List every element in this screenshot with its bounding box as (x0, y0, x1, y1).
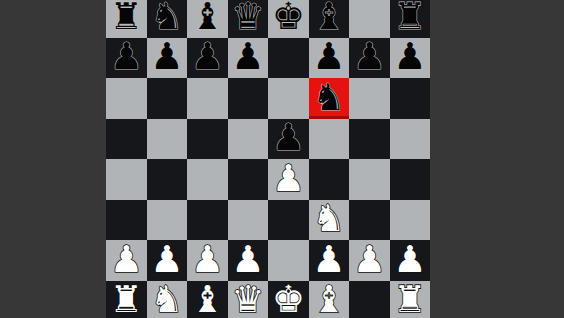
square-e8[interactable]: ♚ (268, 0, 309, 38)
square-a8[interactable]: ♜ (106, 0, 147, 38)
black-bishop: ♝ (312, 0, 345, 35)
white-pawn: ♟ (312, 241, 345, 278)
square-h8[interactable]: ♜ (390, 0, 431, 38)
white-bishop: ♝ (312, 281, 345, 318)
app-background: ♜♞♝♛♚♝♜♟♟♟♟♟♟♟♞♟♟♞♟♟♟♟♟♟♟♜♞♝♛♚♝♜ (0, 0, 564, 318)
square-e1[interactable]: ♚ (268, 281, 309, 318)
chess-board: ♜♞♝♛♚♝♜♟♟♟♟♟♟♟♞♟♟♞♟♟♟♟♟♟♟♜♞♝♛♚♝♜ (106, 0, 430, 318)
square-h7[interactable]: ♟ (390, 38, 431, 79)
square-f3[interactable]: ♞ (309, 200, 350, 241)
square-a5[interactable] (106, 119, 147, 160)
white-pawn: ♟ (272, 160, 305, 197)
square-f1[interactable]: ♝ (309, 281, 350, 318)
square-f8[interactable]: ♝ (309, 0, 350, 38)
square-h1[interactable]: ♜ (390, 281, 431, 318)
square-e2[interactable] (268, 240, 309, 281)
square-a4[interactable] (106, 159, 147, 200)
square-g2[interactable]: ♟ (349, 240, 390, 281)
black-queen: ♛ (231, 0, 264, 35)
white-pawn: ♟ (231, 241, 264, 278)
square-a6[interactable] (106, 78, 147, 119)
square-f6[interactable]: ♞ (309, 78, 350, 119)
white-rook: ♜ (110, 281, 143, 318)
square-a2[interactable]: ♟ (106, 240, 147, 281)
square-b6[interactable] (147, 78, 188, 119)
square-g1[interactable] (349, 281, 390, 318)
black-knight: ♞ (312, 79, 345, 116)
square-a3[interactable] (106, 200, 147, 241)
square-d1[interactable]: ♛ (228, 281, 269, 318)
square-h3[interactable] (390, 200, 431, 241)
square-e7[interactable] (268, 38, 309, 79)
black-pawn: ♟ (312, 38, 345, 75)
black-knight: ♞ (150, 0, 183, 35)
square-d5[interactable] (228, 119, 269, 160)
square-c1[interactable]: ♝ (187, 281, 228, 318)
white-queen: ♛ (231, 281, 264, 318)
square-h6[interactable] (390, 78, 431, 119)
square-c2[interactable]: ♟ (187, 240, 228, 281)
white-pawn: ♟ (191, 241, 224, 278)
square-e4[interactable]: ♟ (268, 159, 309, 200)
white-rook: ♜ (393, 281, 426, 318)
square-g4[interactable] (349, 159, 390, 200)
white-knight: ♞ (312, 200, 345, 237)
square-b7[interactable]: ♟ (147, 38, 188, 79)
white-bishop: ♝ (191, 281, 224, 318)
black-pawn: ♟ (272, 119, 305, 156)
square-c4[interactable] (187, 159, 228, 200)
square-c3[interactable] (187, 200, 228, 241)
square-a1[interactable]: ♜ (106, 281, 147, 318)
black-rook: ♜ (393, 0, 426, 35)
square-h4[interactable] (390, 159, 431, 200)
black-bishop: ♝ (191, 0, 224, 35)
square-f2[interactable]: ♟ (309, 240, 350, 281)
black-pawn: ♟ (110, 38, 143, 75)
square-f7[interactable]: ♟ (309, 38, 350, 79)
square-g8[interactable] (349, 0, 390, 38)
square-c6[interactable] (187, 78, 228, 119)
square-d2[interactable]: ♟ (228, 240, 269, 281)
square-b1[interactable]: ♞ (147, 281, 188, 318)
white-pawn: ♟ (110, 241, 143, 278)
square-b8[interactable]: ♞ (147, 0, 188, 38)
square-a7[interactable]: ♟ (106, 38, 147, 79)
black-pawn: ♟ (393, 38, 426, 75)
square-g5[interactable] (349, 119, 390, 160)
white-pawn: ♟ (393, 241, 426, 278)
white-knight: ♞ (150, 281, 183, 318)
square-e5[interactable]: ♟ (268, 119, 309, 160)
square-f5[interactable] (309, 119, 350, 160)
black-pawn: ♟ (353, 38, 386, 75)
white-king: ♚ (272, 281, 305, 318)
square-g6[interactable] (349, 78, 390, 119)
black-rook: ♜ (110, 0, 143, 35)
square-c7[interactable]: ♟ (187, 38, 228, 79)
white-pawn: ♟ (353, 241, 386, 278)
square-c8[interactable]: ♝ (187, 0, 228, 38)
square-e6[interactable] (268, 78, 309, 119)
square-h5[interactable] (390, 119, 431, 160)
black-pawn: ♟ (231, 38, 264, 75)
square-e3[interactable] (268, 200, 309, 241)
black-king: ♚ (272, 0, 305, 35)
white-pawn: ♟ (150, 241, 183, 278)
black-pawn: ♟ (191, 38, 224, 75)
square-d6[interactable] (228, 78, 269, 119)
square-d4[interactable] (228, 159, 269, 200)
square-h2[interactable]: ♟ (390, 240, 431, 281)
square-b4[interactable] (147, 159, 188, 200)
black-pawn: ♟ (150, 38, 183, 75)
square-b5[interactable] (147, 119, 188, 160)
square-c5[interactable] (187, 119, 228, 160)
square-d7[interactable]: ♟ (228, 38, 269, 79)
square-g7[interactable]: ♟ (349, 38, 390, 79)
square-f4[interactable] (309, 159, 350, 200)
square-d3[interactable] (228, 200, 269, 241)
square-b3[interactable] (147, 200, 188, 241)
square-g3[interactable] (349, 200, 390, 241)
square-b2[interactable]: ♟ (147, 240, 188, 281)
square-d8[interactable]: ♛ (228, 0, 269, 38)
